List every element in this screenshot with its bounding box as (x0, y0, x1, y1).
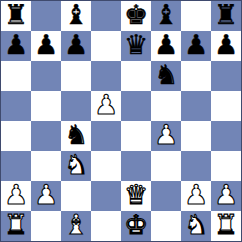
black-knight-piece[interactable]: ♞ (154, 61, 178, 90)
white-king-piece[interactable]: ♚ (124, 211, 148, 240)
white-pawn-piece[interactable]: ♟ (184, 181, 208, 210)
square-h1[interactable]: ♜ (211, 211, 241, 241)
square-c1[interactable]: ♝ (61, 211, 91, 241)
black-queen-piece[interactable]: ♛ (124, 31, 148, 60)
black-pawn-piece[interactable]: ♟ (154, 31, 178, 60)
square-d3[interactable] (91, 151, 121, 181)
square-g8[interactable] (181, 1, 211, 31)
square-e3[interactable] (121, 151, 151, 181)
square-e6[interactable] (121, 61, 151, 91)
black-pawn-piece[interactable]: ♟ (4, 31, 28, 60)
square-a2[interactable]: ♟ (1, 181, 31, 211)
square-f7[interactable]: ♟ (151, 31, 181, 61)
square-d8[interactable] (91, 1, 121, 31)
square-d7[interactable] (91, 31, 121, 61)
white-pawn-piece[interactable]: ♟ (4, 181, 28, 210)
square-a8[interactable]: ♜ (1, 1, 31, 31)
square-h2[interactable]: ♟ (211, 181, 241, 211)
square-c4[interactable]: ♞ (61, 121, 91, 151)
square-g5[interactable] (181, 91, 211, 121)
square-e8[interactable]: ♚ (121, 1, 151, 31)
square-h3[interactable] (211, 151, 241, 181)
square-c7[interactable]: ♟ (61, 31, 91, 61)
square-g1[interactable]: ♞ (181, 211, 211, 241)
white-knight-piece[interactable]: ♞ (64, 151, 88, 180)
chess-board-grid: ♜♝♚♝♜♟♟♟♛♟♟♟♞♟♞♟♞♟♟♛♟♟♜♝♚♞♜ (0, 0, 242, 242)
square-c5[interactable] (61, 91, 91, 121)
white-rook-piece[interactable]: ♜ (4, 211, 28, 240)
square-b2[interactable]: ♟ (31, 181, 61, 211)
square-c8[interactable]: ♝ (61, 1, 91, 31)
white-bishop-piece[interactable]: ♝ (64, 211, 88, 240)
square-g4[interactable] (181, 121, 211, 151)
square-f4[interactable]: ♟ (151, 121, 181, 151)
square-f3[interactable] (151, 151, 181, 181)
square-d2[interactable] (91, 181, 121, 211)
white-pawn-piece[interactable]: ♟ (94, 91, 118, 120)
square-b7[interactable]: ♟ (31, 31, 61, 61)
square-b8[interactable] (31, 1, 61, 31)
square-h7[interactable]: ♟ (211, 31, 241, 61)
square-g7[interactable]: ♟ (181, 31, 211, 61)
chess-board: ♜♝♚♝♜♟♟♟♛♟♟♟♞♟♞♟♞♟♟♛♟♟♜♝♚♞♜ (0, 0, 242, 242)
white-knight-piece[interactable]: ♞ (184, 211, 208, 240)
square-f6[interactable]: ♞ (151, 61, 181, 91)
square-h8[interactable]: ♜ (211, 1, 241, 31)
white-pawn-piece[interactable]: ♟ (34, 181, 58, 210)
white-queen-piece[interactable]: ♛ (124, 181, 148, 210)
square-f5[interactable] (151, 91, 181, 121)
square-b5[interactable] (31, 91, 61, 121)
square-h4[interactable] (211, 121, 241, 151)
square-c2[interactable] (61, 181, 91, 211)
square-e1[interactable]: ♚ (121, 211, 151, 241)
white-pawn-piece[interactable]: ♟ (214, 181, 238, 210)
square-a1[interactable]: ♜ (1, 211, 31, 241)
square-g2[interactable]: ♟ (181, 181, 211, 211)
square-g6[interactable] (181, 61, 211, 91)
square-d6[interactable] (91, 61, 121, 91)
black-knight-piece[interactable]: ♞ (64, 121, 88, 150)
black-pawn-piece[interactable]: ♟ (64, 31, 88, 60)
black-bishop-piece[interactable]: ♝ (64, 1, 88, 30)
black-rook-piece[interactable]: ♜ (214, 1, 238, 30)
square-e2[interactable]: ♛ (121, 181, 151, 211)
square-c6[interactable] (61, 61, 91, 91)
square-h5[interactable] (211, 91, 241, 121)
square-a6[interactable] (1, 61, 31, 91)
black-bishop-piece[interactable]: ♝ (154, 1, 178, 30)
square-g3[interactable] (181, 151, 211, 181)
square-f8[interactable]: ♝ (151, 1, 181, 31)
black-pawn-piece[interactable]: ♟ (214, 31, 238, 60)
square-a3[interactable] (1, 151, 31, 181)
square-d5[interactable]: ♟ (91, 91, 121, 121)
white-rook-piece[interactable]: ♜ (214, 211, 238, 240)
square-e7[interactable]: ♛ (121, 31, 151, 61)
square-e5[interactable] (121, 91, 151, 121)
square-b1[interactable] (31, 211, 61, 241)
white-pawn-piece[interactable]: ♟ (154, 121, 178, 150)
square-b6[interactable] (31, 61, 61, 91)
square-b3[interactable] (31, 151, 61, 181)
square-c3[interactable]: ♞ (61, 151, 91, 181)
square-d1[interactable] (91, 211, 121, 241)
square-d4[interactable] (91, 121, 121, 151)
square-h6[interactable] (211, 61, 241, 91)
square-f2[interactable] (151, 181, 181, 211)
black-pawn-piece[interactable]: ♟ (184, 31, 208, 60)
square-b4[interactable] (31, 121, 61, 151)
square-a5[interactable] (1, 91, 31, 121)
square-e4[interactable] (121, 121, 151, 151)
square-f1[interactable] (151, 211, 181, 241)
square-a4[interactable] (1, 121, 31, 151)
square-a7[interactable]: ♟ (1, 31, 31, 61)
black-king-piece[interactable]: ♚ (124, 1, 148, 30)
black-rook-piece[interactable]: ♜ (4, 1, 28, 30)
black-pawn-piece[interactable]: ♟ (34, 31, 58, 60)
